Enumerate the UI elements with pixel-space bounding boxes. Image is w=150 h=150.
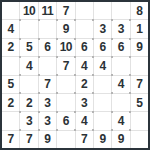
cell-r5c8[interactable]: 7 xyxy=(131,76,148,93)
cell-r1c8[interactable]: 8 xyxy=(131,2,148,19)
cell-r2c7[interactable]: 3 xyxy=(112,20,129,37)
cell-r6c5[interactable]: 3 xyxy=(76,94,93,111)
cell-r2c3[interactable] xyxy=(39,20,56,37)
cell-r2c1[interactable]: 4 xyxy=(2,20,19,37)
cell-r3c8[interactable]: 9 xyxy=(131,39,148,56)
cell-r2c2[interactable] xyxy=(20,20,37,37)
cell-r4c7[interactable] xyxy=(112,57,129,74)
puzzle-board: 1011784933125610666947445724722335336447… xyxy=(0,0,150,150)
cell-r7c5[interactable]: 4 xyxy=(76,112,93,129)
cell-r6c8[interactable]: 5 xyxy=(131,94,148,111)
cell-r4c6[interactable]: 4 xyxy=(94,57,111,74)
cell-r8c1[interactable]: 7 xyxy=(2,131,19,148)
cell-r4c1[interactable] xyxy=(2,57,19,74)
cell-r8c5[interactable]: 7 xyxy=(76,131,93,148)
cell-r4c5[interactable]: 4 xyxy=(76,57,93,74)
cell-r5c3[interactable]: 7 xyxy=(39,76,56,93)
cell-r3c4[interactable]: 10 xyxy=(57,39,74,56)
cell-r3c3[interactable]: 6 xyxy=(39,39,56,56)
cell-r8c2[interactable]: 7 xyxy=(20,131,37,148)
cell-r1c4[interactable]: 7 xyxy=(57,2,74,19)
cell-r5c6[interactable] xyxy=(94,76,111,93)
cell-r5c4[interactable] xyxy=(57,76,74,93)
cell-r3c6[interactable]: 6 xyxy=(94,39,111,56)
cell-r3c2[interactable]: 5 xyxy=(20,39,37,56)
cell-r2c6[interactable]: 3 xyxy=(94,20,111,37)
cell-r7c3[interactable]: 3 xyxy=(39,112,56,129)
cell-r8c4[interactable] xyxy=(57,131,74,148)
cell-r6c1[interactable]: 2 xyxy=(2,94,19,111)
cell-r2c4[interactable]: 9 xyxy=(57,20,74,37)
cell-r3c5[interactable]: 6 xyxy=(76,39,93,56)
cell-r7c4[interactable]: 6 xyxy=(57,112,74,129)
cell-r7c8[interactable] xyxy=(131,112,148,129)
cell-r1c6[interactable] xyxy=(94,2,111,19)
cell-r4c2[interactable]: 4 xyxy=(20,57,37,74)
cell-r7c7[interactable]: 4 xyxy=(112,112,129,129)
cell-r2c5[interactable] xyxy=(76,20,93,37)
cell-r8c3[interactable]: 9 xyxy=(39,131,56,148)
cell-r5c2[interactable] xyxy=(20,76,37,93)
cell-r8c7[interactable]: 9 xyxy=(112,131,129,148)
cell-r4c4[interactable]: 7 xyxy=(57,57,74,74)
cell-r8c8[interactable] xyxy=(131,131,148,148)
cell-r6c7[interactable] xyxy=(112,94,129,111)
cell-r5c1[interactable]: 5 xyxy=(2,76,19,93)
cell-r3c1[interactable]: 2 xyxy=(2,39,19,56)
cell-r6c3[interactable]: 3 xyxy=(39,94,56,111)
cell-r1c2[interactable]: 10 xyxy=(20,2,37,19)
cell-r2c8[interactable]: 1 xyxy=(131,20,148,37)
cell-r7c6[interactable] xyxy=(94,112,111,129)
cell-r5c5[interactable]: 2 xyxy=(76,76,93,93)
cell-r8c6[interactable]: 9 xyxy=(94,131,111,148)
cell-r6c6[interactable] xyxy=(94,94,111,111)
cell-r4c3[interactable] xyxy=(39,57,56,74)
cell-r5c7[interactable]: 4 xyxy=(112,76,129,93)
cell-r7c1[interactable] xyxy=(2,112,19,129)
cell-r7c2[interactable]: 3 xyxy=(20,112,37,129)
cell-r1c1[interactable] xyxy=(2,2,19,19)
cell-r1c3[interactable]: 11 xyxy=(39,2,56,19)
cell-r1c5[interactable] xyxy=(76,2,93,19)
cell-r6c4[interactable] xyxy=(57,94,74,111)
cell-r4c8[interactable] xyxy=(131,57,148,74)
cell-r6c2[interactable]: 2 xyxy=(20,94,37,111)
cell-r1c7[interactable] xyxy=(112,2,129,19)
cell-r3c7[interactable]: 6 xyxy=(112,39,129,56)
